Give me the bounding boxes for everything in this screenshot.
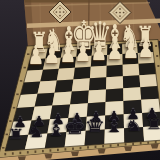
white-pawn[interactable]: ♟: [106, 37, 123, 63]
chess-set-photo: ♜♞♝♛♚♝♞♜♟♟♟♟♟♟♟♟♟♟♟♟♟♟♟♟♜♞♝♛♚♝♞♜: [0, 0, 160, 160]
white-pawn[interactable]: ♟: [138, 35, 155, 61]
black-bishop[interactable]: ♝: [105, 118, 124, 134]
black-rook[interactable]: ♜: [145, 118, 160, 132]
black-rook[interactable]: ♜: [8, 127, 25, 141]
black-knight[interactable]: ♞: [125, 118, 144, 134]
white-pawn[interactable]: ♟: [43, 41, 60, 67]
white-pawn[interactable]: ♟: [75, 39, 92, 65]
pieces-layer: ♜♞♝♛♚♝♞♜♟♟♟♟♟♟♟♟♟♟♟♟♟♟♟♟♜♞♝♛♚♝♞♜: [0, 0, 160, 160]
black-queen[interactable]: ♛: [84, 117, 106, 135]
white-pawn[interactable]: ♟: [122, 36, 139, 62]
white-pawn[interactable]: ♟: [59, 40, 76, 66]
black-king[interactable]: ♚: [64, 117, 87, 136]
white-pawn[interactable]: ♟: [91, 38, 108, 64]
white-pawn[interactable]: ♟: [28, 42, 45, 68]
black-knight[interactable]: ♞: [27, 124, 46, 140]
black-bishop[interactable]: ♝: [46, 122, 65, 138]
